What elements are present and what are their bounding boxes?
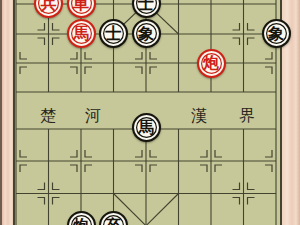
piece-red-cannon[interactable]: 炮 (197, 49, 226, 78)
piece-black-advisor[interactable]: 士 (99, 19, 128, 48)
piece-black-advisor[interactable]: 士 (132, 0, 161, 18)
piece-red-soldier[interactable]: 兵 (34, 0, 63, 18)
piece-black-soldier[interactable]: 卒 (99, 211, 128, 225)
piece-black-horse[interactable]: 馬 (132, 113, 161, 142)
piece-black-cannon[interactable]: 炮 (67, 211, 96, 225)
xiangqi-board: 楚 河 漢 界 兵車士馬士象象炮馬炮卒 (0, 0, 300, 225)
piece-black-elephant[interactable]: 象 (262, 19, 291, 48)
piece-black-elephant[interactable]: 象 (132, 19, 161, 48)
piece-red-horse[interactable]: 馬 (67, 19, 96, 48)
piece-red-chariot[interactable]: 車 (67, 0, 96, 18)
pieces-layer: 兵車士馬士象象炮馬炮卒 (0, 0, 292, 225)
